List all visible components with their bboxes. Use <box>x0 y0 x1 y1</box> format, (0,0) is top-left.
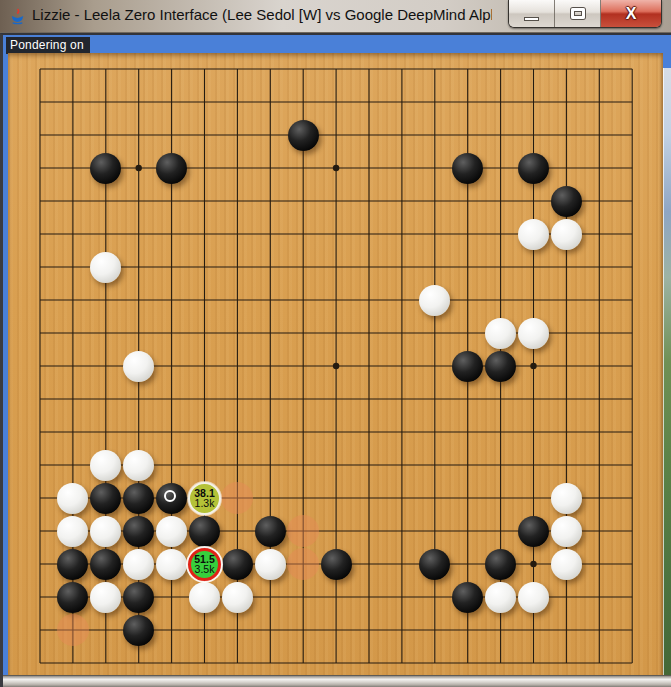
close-icon: X <box>626 5 637 23</box>
lizzie-window: Lizzie - Leela Zero Interface (Lee Sedol… <box>0 0 671 687</box>
stone-white <box>189 582 220 613</box>
stone-white <box>419 285 450 316</box>
stone-white <box>90 516 121 547</box>
stone-white <box>123 450 154 481</box>
stone-white <box>485 582 516 613</box>
stone-white <box>156 516 187 547</box>
stone-white <box>485 318 516 349</box>
titlebar[interactable]: Lizzie - Leela Zero Interface (Lee Sedol… <box>0 0 671 33</box>
stone-black <box>485 351 516 382</box>
stone-black <box>222 549 253 580</box>
window-right-border <box>663 68 671 687</box>
stone-white <box>222 582 253 613</box>
stone-white <box>123 549 154 580</box>
minimize-icon <box>524 17 539 21</box>
stone-black <box>90 483 121 514</box>
maximize-button[interactable] <box>555 0 601 27</box>
suggestion-move-F6[interactable]: 38.11.3k <box>188 482 221 515</box>
stone-black <box>518 516 549 547</box>
stone-white <box>156 549 187 580</box>
stone-black <box>90 153 121 184</box>
stone-white <box>90 450 121 481</box>
stone-black <box>90 549 121 580</box>
candidate-move-J5[interactable] <box>287 515 319 547</box>
stone-white <box>518 582 549 613</box>
stone-white <box>551 549 582 580</box>
stone-white <box>255 549 286 580</box>
window-controls: X <box>508 0 662 28</box>
stone-white <box>551 483 582 514</box>
stone-black <box>419 549 450 580</box>
stone-black <box>123 582 154 613</box>
candidate-move-B2[interactable] <box>57 614 89 646</box>
stone-black <box>189 516 220 547</box>
suggestion-visits: 1.3k <box>195 498 215 509</box>
stone-black <box>123 483 154 514</box>
candidate-move-J4[interactable] <box>287 548 319 580</box>
stone-black <box>518 153 549 184</box>
stone-black <box>57 549 88 580</box>
stone-black <box>156 153 187 184</box>
window-bottom-border <box>3 675 671 687</box>
minimize-button[interactable] <box>509 0 555 27</box>
last-move-marker <box>164 490 176 502</box>
stone-black <box>321 549 352 580</box>
stone-black <box>452 153 483 184</box>
stone-white <box>551 516 582 547</box>
stone-white <box>551 219 582 250</box>
go-board[interactable]: 51.53.5k38.11.3k <box>8 53 663 677</box>
stone-black <box>57 582 88 613</box>
stone-black <box>288 120 319 151</box>
stone-white <box>90 582 121 613</box>
stone-white <box>57 516 88 547</box>
stone-black <box>255 516 286 547</box>
stone-white <box>57 483 88 514</box>
pondering-status[interactable]: Pondering on <box>6 37 90 54</box>
suggestion-visits: 3.5k <box>195 564 215 575</box>
stone-black <box>485 549 516 580</box>
window-title: Lizzie - Leela Zero Interface (Lee Sedol… <box>32 6 492 23</box>
stone-white <box>123 351 154 382</box>
java-icon <box>9 8 26 25</box>
window-content: Pondering on 51.53.5k38.11.3k <box>0 33 671 687</box>
stone-black <box>452 351 483 382</box>
stone-white <box>90 252 121 283</box>
stone-black <box>551 186 582 217</box>
stone-black <box>123 516 154 547</box>
stone-black <box>452 582 483 613</box>
maximize-icon <box>571 8 585 19</box>
stone-white <box>518 318 549 349</box>
close-button[interactable]: X <box>601 0 661 27</box>
stone-white <box>518 219 549 250</box>
stone-black <box>123 615 154 646</box>
suggestion-move-F4[interactable]: 51.53.5k <box>188 548 221 581</box>
